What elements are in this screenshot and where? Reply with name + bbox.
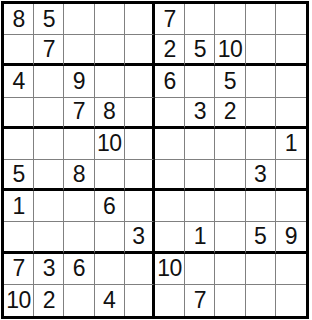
grid-cell[interactable]: 1 bbox=[185, 222, 215, 253]
grid-cell[interactable] bbox=[276, 66, 306, 97]
grid-cell[interactable] bbox=[246, 4, 276, 35]
grid-cell[interactable] bbox=[246, 98, 276, 129]
grid-cell[interactable]: 7 bbox=[155, 4, 185, 35]
sudoku-board: 85772510496578321015831631597361010247 bbox=[1, 1, 309, 319]
grid-cell[interactable] bbox=[34, 222, 64, 253]
grid-cell[interactable] bbox=[95, 66, 125, 97]
grid-cell[interactable] bbox=[4, 35, 34, 66]
grid-cell[interactable] bbox=[215, 4, 245, 35]
grid-cell[interactable] bbox=[64, 129, 94, 160]
grid-cell[interactable]: 5 bbox=[185, 35, 215, 66]
grid-cell[interactable] bbox=[64, 191, 94, 222]
grid-cell[interactable] bbox=[185, 66, 215, 97]
grid-cell[interactable] bbox=[276, 35, 306, 66]
grid-cell[interactable] bbox=[34, 160, 64, 191]
grid-cell[interactable] bbox=[215, 129, 245, 160]
grid-cell[interactable]: 10 bbox=[4, 285, 34, 316]
grid-cell[interactable] bbox=[246, 285, 276, 316]
grid-cell[interactable] bbox=[95, 222, 125, 253]
grid-cell[interactable] bbox=[246, 191, 276, 222]
grid-cell[interactable] bbox=[155, 160, 185, 191]
grid-cell[interactable]: 7 bbox=[34, 35, 64, 66]
grid-cell[interactable] bbox=[95, 160, 125, 191]
grid-cell[interactable] bbox=[4, 98, 34, 129]
grid-cell[interactable] bbox=[246, 35, 276, 66]
grid-cell[interactable] bbox=[64, 35, 94, 66]
grid-cell[interactable] bbox=[125, 160, 155, 191]
grid-cell[interactable]: 1 bbox=[4, 191, 34, 222]
grid-cell[interactable]: 5 bbox=[246, 222, 276, 253]
grid-cell[interactable]: 7 bbox=[4, 254, 34, 285]
grid-cell[interactable]: 5 bbox=[34, 4, 64, 35]
grid-cell[interactable] bbox=[64, 285, 94, 316]
grid-cell[interactable] bbox=[155, 129, 185, 160]
grid-cell[interactable] bbox=[34, 191, 64, 222]
grid-cell[interactable] bbox=[155, 98, 185, 129]
grid-cell[interactable] bbox=[276, 285, 306, 316]
grid-cell[interactable] bbox=[246, 129, 276, 160]
grid-cell[interactable] bbox=[276, 254, 306, 285]
grid-cell[interactable] bbox=[276, 4, 306, 35]
grid-cell[interactable] bbox=[185, 191, 215, 222]
grid-cell[interactable]: 6 bbox=[64, 254, 94, 285]
grid-cell[interactable] bbox=[34, 129, 64, 160]
grid-cell[interactable] bbox=[4, 222, 34, 253]
grid-cell[interactable]: 8 bbox=[95, 98, 125, 129]
grid-cell[interactable] bbox=[276, 191, 306, 222]
grid-cell[interactable] bbox=[4, 129, 34, 160]
grid-cell[interactable] bbox=[125, 254, 155, 285]
grid-cell[interactable]: 2 bbox=[34, 285, 64, 316]
grid-cell[interactable] bbox=[95, 35, 125, 66]
grid-cell[interactable] bbox=[125, 191, 155, 222]
grid-cell[interactable]: 10 bbox=[155, 254, 185, 285]
grid-cell[interactable]: 4 bbox=[4, 66, 34, 97]
grid-cell[interactable]: 6 bbox=[95, 191, 125, 222]
grid-cell[interactable] bbox=[215, 160, 245, 191]
grid-cell[interactable] bbox=[125, 98, 155, 129]
grid-cell[interactable] bbox=[276, 98, 306, 129]
grid-cell[interactable] bbox=[215, 254, 245, 285]
grid-cell[interactable]: 6 bbox=[155, 66, 185, 97]
grid-cell[interactable] bbox=[246, 66, 276, 97]
grid-cell[interactable]: 7 bbox=[185, 285, 215, 316]
grid-cell[interactable] bbox=[276, 160, 306, 191]
grid-cell[interactable] bbox=[125, 35, 155, 66]
grid-cell[interactable]: 9 bbox=[276, 222, 306, 253]
grid-cell[interactable]: 2 bbox=[215, 98, 245, 129]
grid-cell[interactable] bbox=[64, 222, 94, 253]
grid-cell[interactable] bbox=[125, 66, 155, 97]
grid-cell[interactable] bbox=[125, 4, 155, 35]
grid-cell[interactable] bbox=[246, 254, 276, 285]
grid-cell[interactable]: 8 bbox=[4, 4, 34, 35]
grid-cell[interactable] bbox=[185, 160, 215, 191]
grid-cell[interactable] bbox=[185, 4, 215, 35]
grid-cell[interactable] bbox=[215, 222, 245, 253]
grid-cell[interactable] bbox=[95, 4, 125, 35]
grid-cell[interactable]: 1 bbox=[276, 129, 306, 160]
grid-cell[interactable] bbox=[185, 254, 215, 285]
grid-cell[interactable]: 3 bbox=[246, 160, 276, 191]
grid-cell[interactable] bbox=[185, 129, 215, 160]
grid-cell[interactable]: 8 bbox=[64, 160, 94, 191]
grid-cell[interactable]: 10 bbox=[95, 129, 125, 160]
grid-cell[interactable] bbox=[155, 285, 185, 316]
grid-cell[interactable] bbox=[95, 254, 125, 285]
grid-cell[interactable] bbox=[34, 98, 64, 129]
grid-cell[interactable]: 5 bbox=[4, 160, 34, 191]
grid-cell[interactable] bbox=[125, 129, 155, 160]
grid-cell[interactable]: 3 bbox=[125, 222, 155, 253]
grid-cell[interactable]: 9 bbox=[64, 66, 94, 97]
grid-cell[interactable] bbox=[155, 191, 185, 222]
grid-cell[interactable] bbox=[215, 191, 245, 222]
grid-cell[interactable]: 3 bbox=[185, 98, 215, 129]
grid-cell[interactable] bbox=[155, 222, 185, 253]
grid-cell[interactable] bbox=[215, 285, 245, 316]
grid-cell[interactable] bbox=[64, 4, 94, 35]
grid-cell[interactable]: 4 bbox=[95, 285, 125, 316]
grid-cell[interactable]: 7 bbox=[64, 98, 94, 129]
grid-cell[interactable] bbox=[125, 285, 155, 316]
grid-cell[interactable]: 3 bbox=[34, 254, 64, 285]
grid-cell[interactable]: 5 bbox=[215, 66, 245, 97]
grid-cell[interactable]: 2 bbox=[155, 35, 185, 66]
grid-cell[interactable] bbox=[34, 66, 64, 97]
grid-cell[interactable]: 10 bbox=[215, 35, 245, 66]
